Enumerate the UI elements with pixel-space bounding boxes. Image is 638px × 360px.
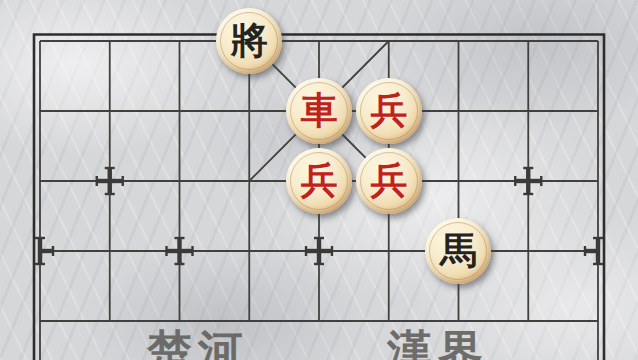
piece-glyph: 兵 bbox=[370, 162, 407, 199]
piece-black-horse[interactable]: 馬 bbox=[425, 218, 491, 284]
piece-glyph: 馬 bbox=[440, 232, 477, 269]
piece-black-general[interactable]: 將 bbox=[216, 8, 282, 74]
piece-red-soldier[interactable]: 兵 bbox=[356, 78, 422, 144]
piece-glyph: 車 bbox=[300, 92, 337, 129]
piece-red-soldier[interactable]: 兵 bbox=[286, 148, 352, 214]
piece-red-soldier[interactable]: 兵 bbox=[356, 148, 422, 214]
piece-red-chariot[interactable]: 車 bbox=[286, 78, 352, 144]
piece-glyph: 兵 bbox=[370, 92, 407, 129]
piece-glyph: 兵 bbox=[300, 162, 337, 199]
piece-glyph: 將 bbox=[231, 22, 268, 59]
marble-board-background: 楚河 漢界 將車兵兵兵馬 bbox=[0, 0, 638, 360]
pieces-grid: 將車兵兵兵馬 bbox=[5, 6, 633, 356]
